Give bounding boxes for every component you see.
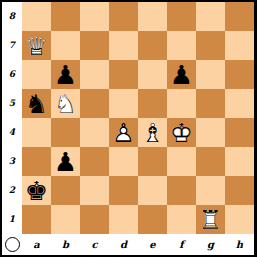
square-e3[interactable] bbox=[138, 147, 167, 176]
square-c5[interactable] bbox=[80, 89, 109, 118]
diagram-inner: 87654321 ♛♕♟♟♞♞♘♟♙♝♗♚♔♟♚♜♖ abcdefgh bbox=[2, 2, 254, 255]
square-c1[interactable] bbox=[80, 205, 109, 234]
square-f6[interactable]: ♟ bbox=[167, 60, 196, 89]
square-f2[interactable] bbox=[167, 176, 196, 205]
square-d7[interactable] bbox=[109, 31, 138, 60]
piece-outline-glyph: ♕ bbox=[22, 31, 51, 60]
square-b7[interactable] bbox=[51, 31, 80, 60]
piece-white-rook[interactable]: ♜♖ bbox=[196, 205, 225, 234]
piece-black-pawn[interactable]: ♟ bbox=[51, 147, 80, 176]
rank-label-2: 2 bbox=[9, 186, 15, 195]
square-a8[interactable] bbox=[22, 2, 51, 31]
square-b1[interactable] bbox=[51, 205, 80, 234]
chess-diagram: 87654321 ♛♕♟♟♞♞♘♟♙♝♗♚♔♟♚♜♖ abcdefgh bbox=[0, 0, 257, 257]
square-g2[interactable] bbox=[196, 176, 225, 205]
square-b5[interactable]: ♞♘ bbox=[51, 89, 80, 118]
square-b3[interactable]: ♟ bbox=[51, 147, 80, 176]
square-d1[interactable] bbox=[109, 205, 138, 234]
square-f1[interactable] bbox=[167, 205, 196, 234]
square-h3[interactable] bbox=[225, 147, 254, 176]
square-a4[interactable] bbox=[22, 118, 51, 147]
square-d8[interactable] bbox=[109, 2, 138, 31]
square-e1[interactable] bbox=[138, 205, 167, 234]
square-g8[interactable] bbox=[196, 2, 225, 31]
piece-outline-glyph: ♘ bbox=[51, 89, 80, 118]
piece-outline-glyph: ♔ bbox=[167, 118, 196, 147]
square-a6[interactable] bbox=[22, 60, 51, 89]
square-a7[interactable]: ♛♕ bbox=[22, 31, 51, 60]
square-e5[interactable] bbox=[138, 89, 167, 118]
square-h4[interactable] bbox=[225, 118, 254, 147]
rank-label-3: 3 bbox=[9, 157, 15, 166]
square-e6[interactable] bbox=[138, 60, 167, 89]
rank-label-1: 1 bbox=[9, 215, 15, 224]
piece-black-knight[interactable]: ♞ bbox=[22, 89, 51, 118]
piece-white-pawn[interactable]: ♟♙ bbox=[109, 118, 138, 147]
piece-glyph: ♟ bbox=[167, 60, 196, 89]
square-c6[interactable] bbox=[80, 60, 109, 89]
square-e7[interactable] bbox=[138, 31, 167, 60]
square-g7[interactable] bbox=[196, 31, 225, 60]
rank-gutter: 87654321 bbox=[2, 2, 22, 234]
square-b4[interactable] bbox=[51, 118, 80, 147]
square-d2[interactable] bbox=[109, 176, 138, 205]
piece-glyph: ♟ bbox=[51, 60, 80, 89]
file-label-h: h bbox=[236, 240, 243, 250]
square-a5[interactable]: ♞ bbox=[22, 89, 51, 118]
file-label-a: a bbox=[33, 240, 39, 250]
square-c8[interactable] bbox=[80, 2, 109, 31]
file-gutter: abcdefgh bbox=[22, 234, 254, 255]
piece-black-pawn[interactable]: ♟ bbox=[51, 60, 80, 89]
square-f7[interactable] bbox=[167, 31, 196, 60]
square-h6[interactable] bbox=[225, 60, 254, 89]
square-c2[interactable] bbox=[80, 176, 109, 205]
side-to-move-indicator bbox=[5, 237, 20, 252]
square-h2[interactable] bbox=[225, 176, 254, 205]
corner-cell bbox=[2, 234, 22, 255]
file-label-e: e bbox=[149, 240, 155, 250]
square-d5[interactable] bbox=[109, 89, 138, 118]
file-label-g: g bbox=[207, 240, 214, 250]
square-b2[interactable] bbox=[51, 176, 80, 205]
piece-white-bishop[interactable]: ♝♗ bbox=[138, 118, 167, 147]
piece-outline-glyph: ♙ bbox=[109, 118, 138, 147]
file-label-f: f bbox=[179, 240, 183, 250]
square-a2[interactable]: ♚ bbox=[22, 176, 51, 205]
square-g6[interactable] bbox=[196, 60, 225, 89]
square-e4[interactable]: ♝♗ bbox=[138, 118, 167, 147]
square-c3[interactable] bbox=[80, 147, 109, 176]
file-label-b: b bbox=[62, 240, 69, 250]
square-g1[interactable]: ♜♖ bbox=[196, 205, 225, 234]
square-h7[interactable] bbox=[225, 31, 254, 60]
board: ♛♕♟♟♞♞♘♟♙♝♗♚♔♟♚♜♖ bbox=[22, 2, 254, 234]
square-f3[interactable] bbox=[167, 147, 196, 176]
square-f5[interactable] bbox=[167, 89, 196, 118]
piece-white-knight[interactable]: ♞♘ bbox=[51, 89, 80, 118]
square-g5[interactable] bbox=[196, 89, 225, 118]
piece-outline-glyph: ♖ bbox=[196, 205, 225, 234]
piece-white-king[interactable]: ♚♔ bbox=[167, 118, 196, 147]
piece-outline-glyph: ♗ bbox=[138, 118, 167, 147]
square-e8[interactable] bbox=[138, 2, 167, 31]
rank-label-5: 5 bbox=[9, 99, 15, 108]
square-b6[interactable]: ♟ bbox=[51, 60, 80, 89]
square-f4[interactable]: ♚♔ bbox=[167, 118, 196, 147]
piece-glyph: ♟ bbox=[51, 147, 80, 176]
square-a3[interactable] bbox=[22, 147, 51, 176]
square-f8[interactable] bbox=[167, 2, 196, 31]
square-h5[interactable] bbox=[225, 89, 254, 118]
square-a1[interactable] bbox=[22, 205, 51, 234]
rank-label-4: 4 bbox=[9, 128, 15, 137]
rank-label-6: 6 bbox=[9, 70, 15, 79]
square-h8[interactable] bbox=[225, 2, 254, 31]
square-g4[interactable] bbox=[196, 118, 225, 147]
square-e2[interactable] bbox=[138, 176, 167, 205]
file-label-c: c bbox=[91, 240, 97, 250]
square-d3[interactable] bbox=[109, 147, 138, 176]
rank-label-7: 7 bbox=[9, 41, 15, 50]
rank-label-8: 8 bbox=[9, 12, 15, 21]
square-c4[interactable] bbox=[80, 118, 109, 147]
piece-white-queen[interactable]: ♛♕ bbox=[22, 31, 51, 60]
square-b8[interactable] bbox=[51, 2, 80, 31]
square-d4[interactable]: ♟♙ bbox=[109, 118, 138, 147]
piece-black-king[interactable]: ♚ bbox=[22, 176, 51, 205]
square-d6[interactable] bbox=[109, 60, 138, 89]
piece-glyph: ♞ bbox=[22, 89, 51, 118]
square-g3[interactable] bbox=[196, 147, 225, 176]
square-c7[interactable] bbox=[80, 31, 109, 60]
file-label-d: d bbox=[120, 240, 127, 250]
square-h1[interactable] bbox=[225, 205, 254, 234]
piece-glyph: ♚ bbox=[22, 176, 51, 205]
piece-black-pawn[interactable]: ♟ bbox=[167, 60, 196, 89]
